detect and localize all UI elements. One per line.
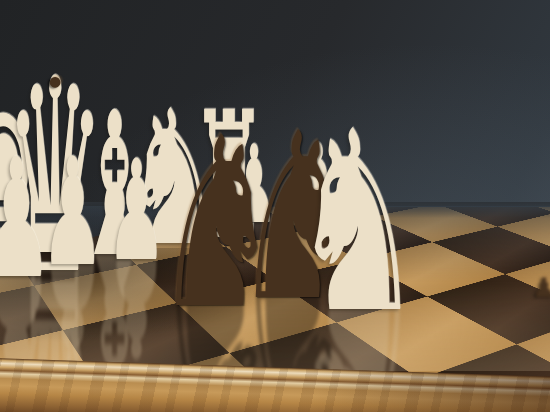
white-pawn-1: ♟ bbox=[0, 137, 57, 302]
white-king-partial: ♚ bbox=[0, 39, 46, 316]
white-pawn-3: ♟ bbox=[103, 142, 170, 281]
white-pawn-2: ♟ bbox=[36, 138, 108, 287]
black-knight-right: ♞ bbox=[227, 103, 360, 333]
black-pawn-distant: ♟ bbox=[531, 274, 550, 301]
chess-photo-scene: ♛♟♟♝♟♞♞♞ ♚♛●♟♟♝♟♞♜♟♟♞♞♞♟ bbox=[0, 0, 550, 412]
white-pawn-5: ♟ bbox=[289, 128, 348, 250]
white-knight-rear: ♞ bbox=[118, 86, 230, 272]
white-queen: ♛ bbox=[0, 43, 111, 311]
white-bishop: ♝ bbox=[70, 86, 158, 285]
pieces-layer: ♚♛●♟♟♝♟♞♜♟♟♞♞♞♟ bbox=[0, 0, 550, 412]
white-queen-finial: ● bbox=[48, 74, 62, 88]
white-rook: ♜ bbox=[185, 89, 273, 265]
white-pawn-4: ♟ bbox=[228, 131, 280, 239]
black-knight-left: ♞ bbox=[146, 106, 287, 341]
white-knight-front: ♞ bbox=[282, 99, 431, 348]
